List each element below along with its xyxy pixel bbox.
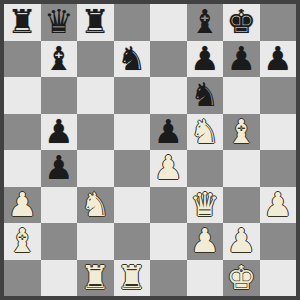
square-g5[interactable]: ♝ — [223, 114, 260, 151]
square-d5[interactable] — [114, 114, 151, 151]
square-c6[interactable] — [77, 77, 114, 114]
black-rook-a8[interactable]: ♜ — [7, 4, 37, 40]
black-bishop-b7[interactable]: ♝ — [44, 41, 74, 77]
square-a2[interactable]: ♝ — [4, 223, 41, 260]
square-a6[interactable] — [4, 77, 41, 114]
black-pawn-f7[interactable]: ♟ — [190, 41, 220, 77]
square-f4[interactable] — [187, 150, 224, 187]
white-knight-c3[interactable]: ♞ — [80, 187, 110, 223]
white-pawn-e4[interactable]: ♟ — [153, 150, 183, 186]
square-g7[interactable]: ♟ — [223, 41, 260, 78]
square-e2[interactable] — [150, 223, 187, 260]
square-d3[interactable] — [114, 187, 151, 224]
square-h2[interactable] — [260, 223, 297, 260]
square-h8[interactable] — [260, 4, 297, 41]
square-b2[interactable] — [41, 223, 78, 260]
square-e7[interactable] — [150, 41, 187, 78]
square-g2[interactable]: ♟ — [223, 223, 260, 260]
white-pawn-h3[interactable]: ♟ — [263, 187, 293, 223]
black-pawn-g7[interactable]: ♟ — [226, 41, 256, 77]
black-bishop-f8[interactable]: ♝ — [190, 4, 220, 40]
square-c1[interactable]: ♜ — [77, 260, 114, 297]
square-f3[interactable]: ♛ — [187, 187, 224, 224]
square-a4[interactable] — [4, 150, 41, 187]
white-pawn-f2[interactable]: ♟ — [190, 223, 220, 259]
black-queen-b8[interactable]: ♛ — [44, 4, 74, 40]
square-b1[interactable] — [41, 260, 78, 297]
black-pawn-b5[interactable]: ♟ — [44, 114, 74, 150]
square-a3[interactable]: ♟ — [4, 187, 41, 224]
white-pawn-a3[interactable]: ♟ — [7, 187, 37, 223]
white-pawn-g2[interactable]: ♟ — [226, 223, 256, 259]
square-h7[interactable]: ♟ — [260, 41, 297, 78]
square-d1[interactable]: ♜ — [114, 260, 151, 297]
square-d8[interactable] — [114, 4, 151, 41]
chess-board-frame: ♜♛♜♝♚♝♞♟♟♟♞♟♟♞♝♟♟♟♞♛♟♝♟♟♜♜♚ — [0, 0, 300, 300]
square-a1[interactable] — [4, 260, 41, 297]
square-b6[interactable] — [41, 77, 78, 114]
square-g1[interactable]: ♚ — [223, 260, 260, 297]
white-queen-f3[interactable]: ♛ — [190, 187, 220, 223]
square-h6[interactable] — [260, 77, 297, 114]
square-g8[interactable]: ♚ — [223, 4, 260, 41]
square-h3[interactable]: ♟ — [260, 187, 297, 224]
square-e4[interactable]: ♟ — [150, 150, 187, 187]
square-e5[interactable]: ♟ — [150, 114, 187, 151]
white-bishop-a2[interactable]: ♝ — [7, 223, 37, 259]
black-knight-f6[interactable]: ♞ — [190, 77, 220, 113]
square-b7[interactable]: ♝ — [41, 41, 78, 78]
square-c2[interactable] — [77, 223, 114, 260]
square-g3[interactable] — [223, 187, 260, 224]
square-c7[interactable] — [77, 41, 114, 78]
square-c4[interactable] — [77, 150, 114, 187]
square-d4[interactable] — [114, 150, 151, 187]
black-knight-d7[interactable]: ♞ — [117, 41, 147, 77]
square-h5[interactable] — [260, 114, 297, 151]
square-a7[interactable] — [4, 41, 41, 78]
white-knight-f5[interactable]: ♞ — [190, 114, 220, 150]
black-king-g8[interactable]: ♚ — [226, 4, 256, 40]
square-b4[interactable]: ♟ — [41, 150, 78, 187]
black-pawn-e5[interactable]: ♟ — [153, 114, 183, 150]
square-d2[interactable] — [114, 223, 151, 260]
square-f8[interactable]: ♝ — [187, 4, 224, 41]
square-d7[interactable]: ♞ — [114, 41, 151, 78]
square-f2[interactable]: ♟ — [187, 223, 224, 260]
white-king-g1[interactable]: ♚ — [226, 260, 256, 296]
square-c5[interactable] — [77, 114, 114, 151]
square-f7[interactable]: ♟ — [187, 41, 224, 78]
square-h1[interactable] — [260, 260, 297, 297]
white-rook-d1[interactable]: ♜ — [117, 260, 147, 296]
white-rook-c1[interactable]: ♜ — [80, 260, 110, 296]
square-c3[interactable]: ♞ — [77, 187, 114, 224]
square-a8[interactable]: ♜ — [4, 4, 41, 41]
square-d6[interactable] — [114, 77, 151, 114]
square-g6[interactable] — [223, 77, 260, 114]
black-pawn-b4[interactable]: ♟ — [44, 150, 74, 186]
square-e6[interactable] — [150, 77, 187, 114]
square-e8[interactable] — [150, 4, 187, 41]
square-b5[interactable]: ♟ — [41, 114, 78, 151]
square-f1[interactable] — [187, 260, 224, 297]
black-rook-c8[interactable]: ♜ — [80, 4, 110, 40]
square-b8[interactable]: ♛ — [41, 4, 78, 41]
square-e1[interactable] — [150, 260, 187, 297]
square-g4[interactable] — [223, 150, 260, 187]
square-c8[interactable]: ♜ — [77, 4, 114, 41]
square-b3[interactable] — [41, 187, 78, 224]
chess-board: ♜♛♜♝♚♝♞♟♟♟♞♟♟♞♝♟♟♟♞♛♟♝♟♟♜♜♚ — [4, 4, 296, 296]
square-h4[interactable] — [260, 150, 297, 187]
black-pawn-h7[interactable]: ♟ — [263, 41, 293, 77]
white-bishop-g5[interactable]: ♝ — [226, 114, 256, 150]
square-f5[interactable]: ♞ — [187, 114, 224, 151]
square-a5[interactable] — [4, 114, 41, 151]
square-f6[interactable]: ♞ — [187, 77, 224, 114]
square-e3[interactable] — [150, 187, 187, 224]
